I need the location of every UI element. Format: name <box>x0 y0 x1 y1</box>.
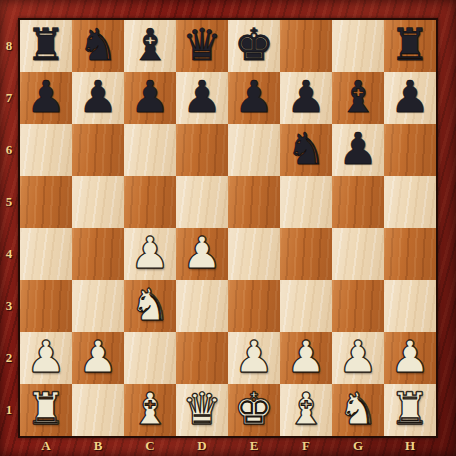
piece-black-knight-b8[interactable]: ♞ <box>78 23 117 67</box>
piece-black-pawn-d7[interactable]: ♟ <box>182 75 221 119</box>
square-d6[interactable] <box>176 124 228 176</box>
piece-white-queen-d1[interactable]: ♛ <box>182 387 221 431</box>
piece-black-bishop-c8[interactable]: ♝ <box>130 23 169 67</box>
square-f1[interactable]: ♝ <box>280 384 332 436</box>
piece-white-pawn-c4[interactable]: ♟ <box>130 231 169 275</box>
square-e8[interactable]: ♚ <box>228 20 280 72</box>
square-g5[interactable] <box>332 176 384 228</box>
square-f5[interactable] <box>280 176 332 228</box>
square-e6[interactable] <box>228 124 280 176</box>
piece-black-rook-h8[interactable]: ♜ <box>390 23 429 67</box>
square-h4[interactable] <box>384 228 436 280</box>
piece-white-king-e1[interactable]: ♚ <box>234 387 273 431</box>
piece-white-pawn-h2[interactable]: ♟ <box>390 335 429 379</box>
square-h3[interactable] <box>384 280 436 332</box>
square-h8[interactable]: ♜ <box>384 20 436 72</box>
piece-white-rook-h1[interactable]: ♜ <box>390 387 429 431</box>
square-d8[interactable]: ♛ <box>176 20 228 72</box>
file-label-e: E <box>228 436 280 456</box>
square-b5[interactable] <box>72 176 124 228</box>
file-label-f: F <box>280 436 332 456</box>
file-label-a: A <box>20 436 72 456</box>
piece-black-bishop-g7[interactable]: ♝ <box>338 75 377 119</box>
board: ♜♞♝♛♚♜♟♟♟♟♟♟♝♟♞♟♟♟♞♟♟♟♟♟♟♜♝♛♚♝♞♜ <box>18 18 438 438</box>
rank-label-7: 7 <box>0 72 18 124</box>
square-c4[interactable]: ♟ <box>124 228 176 280</box>
piece-black-pawn-c7[interactable]: ♟ <box>130 75 169 119</box>
square-a4[interactable] <box>20 228 72 280</box>
square-e7[interactable]: ♟ <box>228 72 280 124</box>
piece-white-pawn-a2[interactable]: ♟ <box>26 335 65 379</box>
square-f3[interactable] <box>280 280 332 332</box>
rank-label-3: 3 <box>0 280 18 332</box>
piece-black-pawn-f7[interactable]: ♟ <box>286 75 325 119</box>
piece-white-pawn-e2[interactable]: ♟ <box>234 335 273 379</box>
piece-white-bishop-c1[interactable]: ♝ <box>130 387 169 431</box>
piece-black-pawn-h7[interactable]: ♟ <box>390 75 429 119</box>
square-h7[interactable]: ♟ <box>384 72 436 124</box>
piece-white-knight-c3[interactable]: ♞ <box>130 283 169 327</box>
square-b7[interactable]: ♟ <box>72 72 124 124</box>
file-label-c: C <box>124 436 176 456</box>
piece-black-knight-f6[interactable]: ♞ <box>286 127 325 171</box>
square-g6[interactable]: ♟ <box>332 124 384 176</box>
square-g1[interactable]: ♞ <box>332 384 384 436</box>
square-c2[interactable] <box>124 332 176 384</box>
square-f8[interactable] <box>280 20 332 72</box>
square-g3[interactable] <box>332 280 384 332</box>
square-d7[interactable]: ♟ <box>176 72 228 124</box>
square-b8[interactable]: ♞ <box>72 20 124 72</box>
piece-black-pawn-g6[interactable]: ♟ <box>338 127 377 171</box>
square-c1[interactable]: ♝ <box>124 384 176 436</box>
piece-white-pawn-d4[interactable]: ♟ <box>182 231 221 275</box>
square-f6[interactable]: ♞ <box>280 124 332 176</box>
file-label-d: D <box>176 436 228 456</box>
square-a8[interactable]: ♜ <box>20 20 72 72</box>
square-c8[interactable]: ♝ <box>124 20 176 72</box>
square-a5[interactable] <box>20 176 72 228</box>
square-b4[interactable] <box>72 228 124 280</box>
rank-label-2: 2 <box>0 332 18 384</box>
square-d1[interactable]: ♛ <box>176 384 228 436</box>
square-e4[interactable] <box>228 228 280 280</box>
file-label-h: H <box>384 436 436 456</box>
piece-white-pawn-f2[interactable]: ♟ <box>286 335 325 379</box>
square-a2[interactable]: ♟ <box>20 332 72 384</box>
piece-black-queen-d8[interactable]: ♛ <box>182 23 221 67</box>
square-f2[interactable]: ♟ <box>280 332 332 384</box>
rank-label-4: 4 <box>0 228 18 280</box>
square-c3[interactable]: ♞ <box>124 280 176 332</box>
file-label-b: B <box>72 436 124 456</box>
piece-black-rook-a8[interactable]: ♜ <box>26 23 65 67</box>
square-b3[interactable] <box>72 280 124 332</box>
square-g4[interactable] <box>332 228 384 280</box>
rank-label-5: 5 <box>0 176 18 228</box>
file-label-g: G <box>332 436 384 456</box>
chessboard-frame: ♜♞♝♛♚♜♟♟♟♟♟♟♝♟♞♟♟♟♞♟♟♟♟♟♟♜♝♛♚♝♞♜ 8765432… <box>0 0 456 456</box>
square-g2[interactable]: ♟ <box>332 332 384 384</box>
piece-white-rook-a1[interactable]: ♜ <box>26 387 65 431</box>
square-d5[interactable] <box>176 176 228 228</box>
square-h1[interactable]: ♜ <box>384 384 436 436</box>
square-a3[interactable] <box>20 280 72 332</box>
rank-label-6: 6 <box>0 124 18 176</box>
square-e5[interactable] <box>228 176 280 228</box>
square-f4[interactable] <box>280 228 332 280</box>
piece-black-pawn-b7[interactable]: ♟ <box>78 75 117 119</box>
square-e1[interactable]: ♚ <box>228 384 280 436</box>
square-a7[interactable]: ♟ <box>20 72 72 124</box>
piece-black-pawn-a7[interactable]: ♟ <box>26 75 65 119</box>
piece-white-pawn-g2[interactable]: ♟ <box>338 335 377 379</box>
square-e2[interactable]: ♟ <box>228 332 280 384</box>
piece-white-knight-g1[interactable]: ♞ <box>338 387 377 431</box>
square-e3[interactable] <box>228 280 280 332</box>
square-f7[interactable]: ♟ <box>280 72 332 124</box>
square-b1[interactable] <box>72 384 124 436</box>
square-c6[interactable] <box>124 124 176 176</box>
square-b2[interactable]: ♟ <box>72 332 124 384</box>
rank-label-1: 1 <box>0 384 18 436</box>
piece-white-bishop-f1[interactable]: ♝ <box>286 387 325 431</box>
square-d4[interactable]: ♟ <box>176 228 228 280</box>
square-c5[interactable] <box>124 176 176 228</box>
square-c7[interactable]: ♟ <box>124 72 176 124</box>
square-b6[interactable] <box>72 124 124 176</box>
piece-white-pawn-b2[interactable]: ♟ <box>78 335 117 379</box>
rank-label-8: 8 <box>0 20 18 72</box>
square-h5[interactable] <box>384 176 436 228</box>
square-d3[interactable] <box>176 280 228 332</box>
square-g7[interactable]: ♝ <box>332 72 384 124</box>
piece-black-pawn-e7[interactable]: ♟ <box>234 75 273 119</box>
square-h2[interactable]: ♟ <box>384 332 436 384</box>
square-g8[interactable] <box>332 20 384 72</box>
piece-black-king-e8[interactable]: ♚ <box>234 23 273 67</box>
square-h6[interactable] <box>384 124 436 176</box>
square-d2[interactable] <box>176 332 228 384</box>
square-a6[interactable] <box>20 124 72 176</box>
square-a1[interactable]: ♜ <box>20 384 72 436</box>
